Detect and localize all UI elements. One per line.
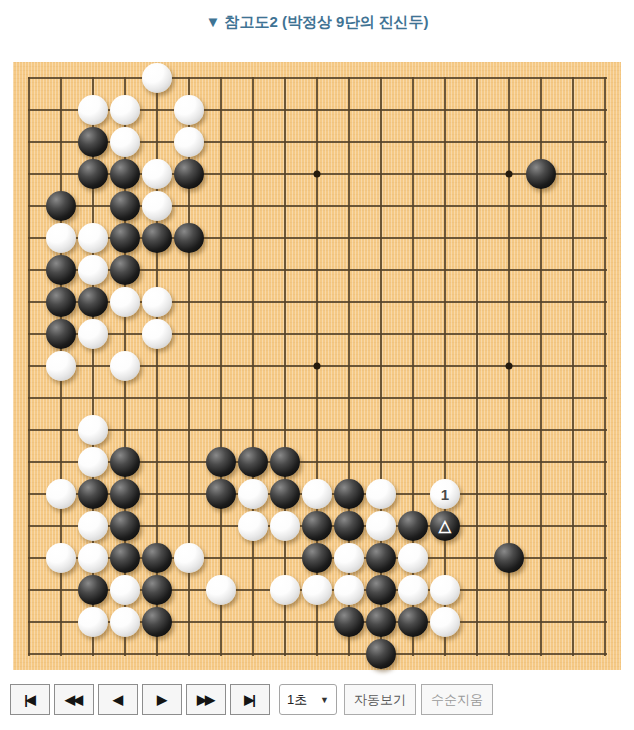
black-stone	[494, 543, 524, 573]
board-cell: △	[429, 510, 461, 542]
board-cell	[205, 446, 237, 478]
board-cell	[525, 382, 557, 414]
board-cell	[109, 574, 141, 606]
board-cell	[557, 62, 589, 94]
board-cell	[77, 446, 109, 478]
go-board: 1△	[13, 62, 621, 670]
board-cell	[333, 542, 365, 574]
board-cell	[269, 446, 301, 478]
board-cell	[589, 446, 621, 478]
board-cell	[237, 318, 269, 350]
black-stone	[334, 511, 364, 541]
board-cell	[141, 414, 173, 446]
board-cell	[525, 286, 557, 318]
board-cell	[13, 478, 45, 510]
black-stone	[142, 607, 172, 637]
board-cell	[205, 478, 237, 510]
delay-select-value: 1초	[287, 691, 307, 709]
board-cell	[141, 254, 173, 286]
board-cell	[173, 126, 205, 158]
board-cell	[397, 94, 429, 126]
board-cell	[109, 126, 141, 158]
board-cell	[493, 254, 525, 286]
nav-fast-forward-button[interactable]: ▶▶	[186, 684, 226, 715]
black-stone	[78, 479, 108, 509]
board-cell	[461, 222, 493, 254]
board-cell	[301, 126, 333, 158]
board-cell	[525, 350, 557, 382]
board-cell	[557, 542, 589, 574]
board-cell	[45, 350, 77, 382]
board-cell	[109, 286, 141, 318]
black-stone	[302, 511, 332, 541]
board-cell	[525, 606, 557, 638]
black-stone	[174, 159, 204, 189]
board-cell	[141, 382, 173, 414]
board-cell	[493, 62, 525, 94]
board-cell	[365, 94, 397, 126]
board-cell	[557, 510, 589, 542]
board-cell	[173, 478, 205, 510]
white-stone	[110, 287, 140, 317]
board-cell	[365, 222, 397, 254]
board-cell	[365, 190, 397, 222]
board-cell	[525, 126, 557, 158]
board-cell	[493, 446, 525, 478]
board-cell	[269, 382, 301, 414]
board-cell	[429, 382, 461, 414]
board-cell	[429, 126, 461, 158]
board-cell	[557, 94, 589, 126]
board-cell	[333, 574, 365, 606]
board-cell	[205, 350, 237, 382]
board-cell	[461, 318, 493, 350]
board-cell	[301, 638, 333, 670]
board-cell	[205, 382, 237, 414]
board-cell	[557, 126, 589, 158]
board-cell	[269, 254, 301, 286]
board-cell	[77, 350, 109, 382]
board-cell	[141, 446, 173, 478]
board-cell	[493, 190, 525, 222]
board-cell	[397, 510, 429, 542]
board-cell	[301, 62, 333, 94]
board-cell	[365, 574, 397, 606]
board-cell	[557, 318, 589, 350]
board-cell	[365, 478, 397, 510]
board-cell	[397, 190, 429, 222]
board-cell	[45, 318, 77, 350]
board-cell	[525, 510, 557, 542]
board-cell	[493, 126, 525, 158]
board-cell	[589, 606, 621, 638]
board-cell	[269, 222, 301, 254]
black-stone	[174, 223, 204, 253]
board-cell	[589, 638, 621, 670]
board-cell	[173, 62, 205, 94]
board-cell	[173, 638, 205, 670]
board-cell	[365, 62, 397, 94]
board-cell	[365, 382, 397, 414]
board-cell	[141, 542, 173, 574]
board-cell	[45, 446, 77, 478]
board-cell	[365, 318, 397, 350]
black-stone	[366, 543, 396, 573]
board-cell	[557, 638, 589, 670]
board-cell	[77, 574, 109, 606]
board-cell	[461, 350, 493, 382]
fast-forward-icon: ▶▶	[197, 692, 215, 707]
board-cell	[45, 62, 77, 94]
board-cell	[333, 254, 365, 286]
go-diagram-page: ▼ 참고도2 (박정상 9단의 진신두) 1△ |◀◀◀◀▶▶▶▶| 1초 ▼ …	[0, 0, 634, 730]
board-cell	[525, 190, 557, 222]
board-cell	[77, 478, 109, 510]
board-cell	[205, 606, 237, 638]
board-cell	[493, 510, 525, 542]
board-cell	[205, 62, 237, 94]
white-stone	[206, 575, 236, 605]
white-stone	[238, 479, 268, 509]
board-cell	[109, 542, 141, 574]
black-stone	[110, 447, 140, 477]
board-cell	[77, 158, 109, 190]
board-cell	[13, 62, 45, 94]
board-cell	[557, 254, 589, 286]
board-cell	[237, 478, 269, 510]
board-cell	[557, 286, 589, 318]
board-cell	[429, 286, 461, 318]
board-cell	[493, 574, 525, 606]
board-cell	[13, 190, 45, 222]
black-stone	[398, 511, 428, 541]
board-cell	[77, 286, 109, 318]
black-stone	[526, 159, 556, 189]
board-cell	[45, 158, 77, 190]
black-stone	[110, 223, 140, 253]
board-cell	[333, 414, 365, 446]
board-cell	[301, 254, 333, 286]
board-cell	[205, 222, 237, 254]
board-cell	[13, 318, 45, 350]
board-cell: 1	[429, 478, 461, 510]
white-stone	[78, 415, 108, 445]
board-cell	[77, 126, 109, 158]
board-cell	[173, 574, 205, 606]
white-stone	[110, 127, 140, 157]
nav-first-button[interactable]: |◀	[10, 684, 50, 715]
title-row: ▼ 참고도2 (박정상 9단의 진신두)	[0, 13, 634, 32]
board-cell	[13, 606, 45, 638]
board-cell	[173, 94, 205, 126]
black-stone: △	[430, 511, 460, 541]
board-cell	[109, 414, 141, 446]
board-cell	[109, 638, 141, 670]
board-cell	[493, 542, 525, 574]
board-cell	[429, 94, 461, 126]
board-cell	[333, 190, 365, 222]
black-stone	[334, 479, 364, 509]
board-cell	[205, 318, 237, 350]
board-cell	[461, 94, 493, 126]
white-stone	[398, 575, 428, 605]
board-cell	[205, 574, 237, 606]
board-cell	[205, 510, 237, 542]
board-cell	[429, 254, 461, 286]
board-cell	[525, 254, 557, 286]
board-cell	[589, 510, 621, 542]
nav-last-button[interactable]: ▶|	[230, 684, 270, 715]
board-cell	[589, 286, 621, 318]
board-cell	[557, 574, 589, 606]
board-cell	[77, 190, 109, 222]
white-stone	[366, 479, 396, 509]
black-stone	[110, 511, 140, 541]
board-cell	[589, 62, 621, 94]
board-cell	[589, 414, 621, 446]
fast-rewind-icon: ◀◀	[65, 692, 83, 707]
board-cell	[45, 126, 77, 158]
board-cell	[365, 510, 397, 542]
board-cell	[525, 318, 557, 350]
white-stone	[366, 511, 396, 541]
black-stone	[46, 319, 76, 349]
board-cell	[493, 606, 525, 638]
white-stone	[430, 607, 460, 637]
board-cell	[269, 606, 301, 638]
board-cell	[429, 350, 461, 382]
board-cell	[13, 574, 45, 606]
black-stone	[110, 479, 140, 509]
black-stone	[46, 191, 76, 221]
board-cell	[397, 574, 429, 606]
board-cell	[13, 222, 45, 254]
board-cell	[557, 606, 589, 638]
board-cell	[493, 350, 525, 382]
board-cell	[525, 222, 557, 254]
board-cell	[237, 350, 269, 382]
white-stone	[110, 607, 140, 637]
white-stone	[270, 575, 300, 605]
board-cell	[365, 350, 397, 382]
board-cell	[429, 318, 461, 350]
board-cell	[333, 350, 365, 382]
board-cell	[205, 158, 237, 190]
black-stone	[206, 479, 236, 509]
playback-controls: |◀◀◀◀▶▶▶▶| 1초 ▼ 자동보기 수순지움	[10, 684, 498, 715]
board-cell	[77, 510, 109, 542]
board-cell	[493, 478, 525, 510]
board-cell	[269, 62, 301, 94]
white-stone	[334, 575, 364, 605]
board-cell	[493, 286, 525, 318]
white-stone	[78, 447, 108, 477]
white-stone	[46, 351, 76, 381]
board-cell	[269, 542, 301, 574]
board-cell	[109, 158, 141, 190]
board-cell	[589, 478, 621, 510]
board-cell	[557, 158, 589, 190]
board-cell	[237, 382, 269, 414]
white-stone	[238, 511, 268, 541]
nav-next-button[interactable]: ▶	[142, 684, 182, 715]
board-cell	[45, 190, 77, 222]
delay-select[interactable]: 1초 ▼	[279, 684, 337, 715]
board-cell	[77, 254, 109, 286]
board-cell	[13, 254, 45, 286]
black-stone	[46, 287, 76, 317]
board-cell	[461, 190, 493, 222]
board-cell	[493, 638, 525, 670]
board-cell	[557, 382, 589, 414]
board-cell	[45, 382, 77, 414]
black-stone	[142, 543, 172, 573]
board-cell	[109, 382, 141, 414]
board-cell	[397, 286, 429, 318]
clear-moves-button[interactable]: 수순지움	[421, 684, 493, 715]
board-cell	[13, 126, 45, 158]
board-cell	[461, 606, 493, 638]
board-cell	[237, 574, 269, 606]
board-cell	[397, 350, 429, 382]
nav-button-group: |◀◀◀◀▶▶▶▶|	[10, 684, 270, 715]
board-cell	[333, 126, 365, 158]
black-stone	[142, 575, 172, 605]
black-stone	[78, 575, 108, 605]
white-stone	[142, 191, 172, 221]
board-cell	[557, 414, 589, 446]
board-cell	[109, 318, 141, 350]
white-stone	[78, 319, 108, 349]
board-cell	[557, 190, 589, 222]
board-cell	[13, 94, 45, 126]
board-cell	[173, 318, 205, 350]
board-cell	[429, 190, 461, 222]
white-stone	[334, 543, 364, 573]
board-cell	[205, 286, 237, 318]
board-cell	[461, 542, 493, 574]
board-cell	[365, 606, 397, 638]
board-cell	[237, 446, 269, 478]
board-cell	[333, 446, 365, 478]
board-cell	[173, 382, 205, 414]
black-stone	[142, 223, 172, 253]
board-cell	[365, 254, 397, 286]
board-cell	[525, 414, 557, 446]
black-stone	[302, 543, 332, 573]
board-cell	[589, 126, 621, 158]
last-icon: ▶|	[244, 692, 256, 707]
board-cell	[493, 382, 525, 414]
diagram-title: ▼ 참고도2 (박정상 9단의 진신두)	[205, 13, 428, 30]
board-cell	[461, 510, 493, 542]
board-cell	[365, 414, 397, 446]
board-cell	[429, 222, 461, 254]
board-cell	[237, 62, 269, 94]
board-cell	[333, 286, 365, 318]
board-cell	[397, 158, 429, 190]
first-icon: |◀	[24, 692, 36, 707]
board-cell	[237, 606, 269, 638]
board-cell	[173, 158, 205, 190]
board-cell	[557, 350, 589, 382]
white-stone	[174, 127, 204, 157]
black-stone	[270, 479, 300, 509]
board-cell	[365, 158, 397, 190]
board-cell	[397, 126, 429, 158]
board-cell	[45, 542, 77, 574]
board-cell	[77, 638, 109, 670]
board-cell	[237, 254, 269, 286]
board-cell	[205, 414, 237, 446]
board-cell	[301, 286, 333, 318]
board-cell	[77, 542, 109, 574]
black-stone	[78, 127, 108, 157]
board-cell	[173, 542, 205, 574]
board-cell	[301, 190, 333, 222]
board-cell	[173, 350, 205, 382]
board-cell	[269, 94, 301, 126]
board-cell	[13, 382, 45, 414]
white-stone	[142, 63, 172, 93]
board-cell	[13, 350, 45, 382]
board-cell	[77, 318, 109, 350]
board-cell	[429, 606, 461, 638]
board-cell	[365, 542, 397, 574]
white-stone	[174, 95, 204, 125]
board-cell	[109, 254, 141, 286]
board-cell	[269, 318, 301, 350]
board-cell	[237, 510, 269, 542]
board-cell	[589, 574, 621, 606]
board-cell	[205, 254, 237, 286]
board-cell	[525, 62, 557, 94]
board-cell	[237, 126, 269, 158]
board-cell	[461, 382, 493, 414]
board-cell	[269, 126, 301, 158]
board-cell	[77, 382, 109, 414]
auto-play-button[interactable]: 자동보기	[344, 684, 416, 715]
white-stone: 1	[430, 479, 460, 509]
board-cell	[589, 158, 621, 190]
board-grid: 1△	[13, 62, 621, 670]
nav-prev-button[interactable]: ◀	[98, 684, 138, 715]
black-stone	[110, 159, 140, 189]
board-cell	[461, 478, 493, 510]
move-number-label: 1	[430, 479, 460, 509]
board-cell	[397, 62, 429, 94]
board-cell	[589, 318, 621, 350]
board-cell	[269, 158, 301, 190]
board-cell	[269, 510, 301, 542]
chevron-down-icon: ▼	[320, 695, 329, 705]
white-stone	[398, 543, 428, 573]
white-stone	[302, 479, 332, 509]
board-cell	[461, 254, 493, 286]
board-cell	[301, 414, 333, 446]
board-cell	[45, 222, 77, 254]
black-stone	[46, 255, 76, 285]
board-cell	[13, 286, 45, 318]
nav-fast-rewind-button[interactable]: ◀◀	[54, 684, 94, 715]
board-cell	[141, 606, 173, 638]
board-cell	[557, 446, 589, 478]
board-cell	[589, 382, 621, 414]
board-cell	[205, 638, 237, 670]
white-stone	[110, 95, 140, 125]
board-cell	[493, 94, 525, 126]
board-cell	[429, 542, 461, 574]
